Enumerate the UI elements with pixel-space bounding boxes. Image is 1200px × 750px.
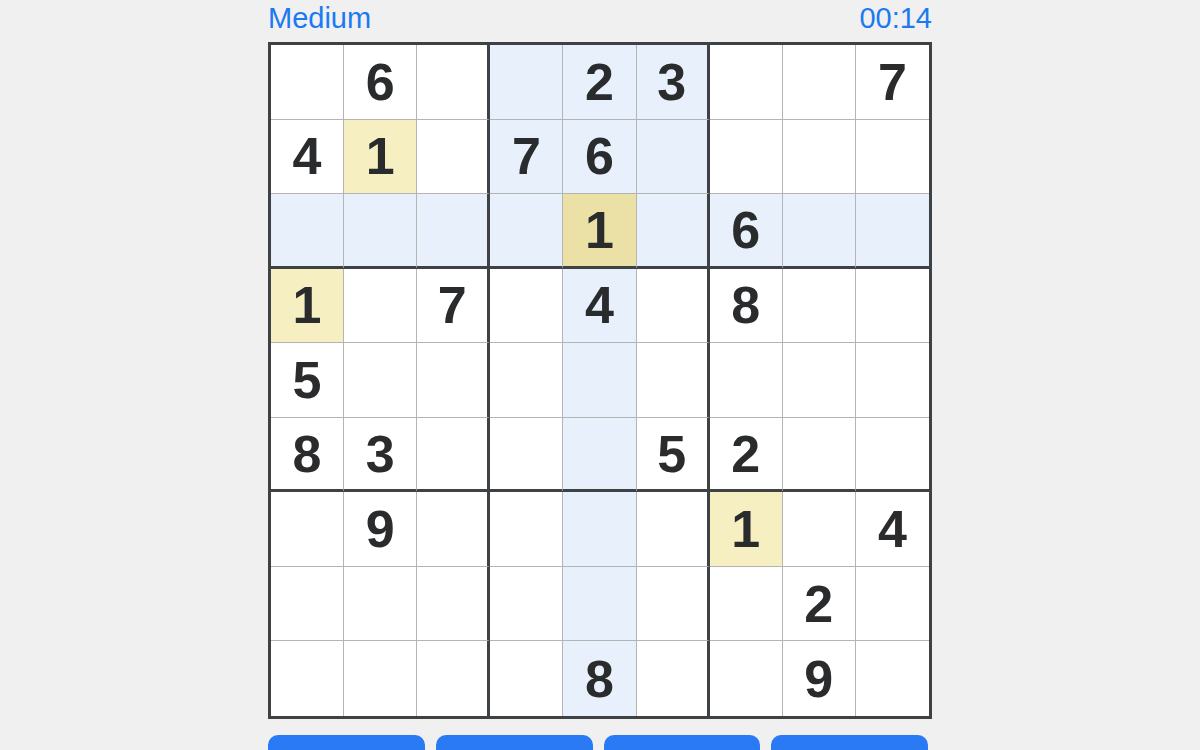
cell-r8c6[interactable] — [637, 567, 710, 642]
cell-r8c1[interactable] — [271, 567, 344, 642]
cell-r3c8[interactable] — [783, 194, 856, 269]
cell-r3c7[interactable]: 6 — [710, 194, 783, 269]
cell-r4c1[interactable]: 1 — [271, 269, 344, 344]
cell-r8c2[interactable] — [344, 567, 417, 642]
toolbar: ↪↩✎NOTES✦HINTS — [268, 735, 928, 750]
cell-r1c7[interactable] — [710, 45, 783, 120]
cell-r7c7[interactable]: 1 — [710, 492, 783, 567]
cell-r3c4[interactable] — [490, 194, 563, 269]
cell-r3c9[interactable] — [856, 194, 929, 269]
cell-r5c3[interactable] — [417, 343, 490, 418]
cell-r6c6[interactable]: 5 — [637, 418, 710, 493]
cell-r3c1[interactable] — [271, 194, 344, 269]
cell-r2c3[interactable] — [417, 120, 490, 195]
cell-r8c7[interactable] — [710, 567, 783, 642]
cell-r5c7[interactable] — [710, 343, 783, 418]
cell-r2c6[interactable] — [637, 120, 710, 195]
cell-r6c4[interactable] — [490, 418, 563, 493]
cell-r1c2[interactable]: 6 — [344, 45, 417, 120]
cell-r9c9[interactable] — [856, 641, 929, 716]
cell-r6c9[interactable] — [856, 418, 929, 493]
cell-r1c8[interactable] — [783, 45, 856, 120]
cell-r6c1[interactable]: 8 — [271, 418, 344, 493]
cell-r2c9[interactable] — [856, 120, 929, 195]
sudoku-app: Medium 00:14 6237417616174858352914289 ↪… — [0, 0, 1200, 750]
cell-r5c6[interactable] — [637, 343, 710, 418]
cell-r6c3[interactable] — [417, 418, 490, 493]
cell-r7c9[interactable]: 4 — [856, 492, 929, 567]
hints-button[interactable]: ✦HINTS — [771, 735, 928, 750]
cell-r3c5[interactable]: 1 — [563, 194, 636, 269]
redo-button[interactable]: ↪ — [268, 735, 425, 750]
cell-r5c1[interactable]: 5 — [271, 343, 344, 418]
cell-r5c8[interactable] — [783, 343, 856, 418]
cell-r7c5[interactable] — [563, 492, 636, 567]
difficulty-label: Medium — [268, 2, 371, 35]
cell-r2c5[interactable]: 6 — [563, 120, 636, 195]
cell-r9c4[interactable] — [490, 641, 563, 716]
cell-r9c8[interactable]: 9 — [783, 641, 856, 716]
cell-r9c1[interactable] — [271, 641, 344, 716]
cell-r4c8[interactable] — [783, 269, 856, 344]
cell-r5c9[interactable] — [856, 343, 929, 418]
cell-r7c6[interactable] — [637, 492, 710, 567]
cell-r9c5[interactable]: 8 — [563, 641, 636, 716]
cell-r4c3[interactable]: 7 — [417, 269, 490, 344]
cell-r9c2[interactable] — [344, 641, 417, 716]
cell-r9c3[interactable] — [417, 641, 490, 716]
cell-r2c2[interactable]: 1 — [344, 120, 417, 195]
cell-r1c3[interactable] — [417, 45, 490, 120]
cell-r8c5[interactable] — [563, 567, 636, 642]
cell-r4c7[interactable]: 8 — [710, 269, 783, 344]
cell-r8c3[interactable] — [417, 567, 490, 642]
cell-r8c9[interactable] — [856, 567, 929, 642]
cell-r5c5[interactable] — [563, 343, 636, 418]
cell-r6c7[interactable]: 2 — [710, 418, 783, 493]
cell-r8c4[interactable] — [490, 567, 563, 642]
cell-r7c2[interactable]: 9 — [344, 492, 417, 567]
cell-r4c4[interactable] — [490, 269, 563, 344]
undo-button[interactable]: ↩ — [436, 735, 593, 750]
cell-r1c6[interactable]: 3 — [637, 45, 710, 120]
cell-r6c8[interactable] — [783, 418, 856, 493]
cell-r4c2[interactable] — [344, 269, 417, 344]
game-timer: 00:14 — [859, 2, 932, 35]
cell-r2c7[interactable] — [710, 120, 783, 195]
cell-r1c9[interactable]: 7 — [856, 45, 929, 120]
cell-r5c4[interactable] — [490, 343, 563, 418]
cell-r7c3[interactable] — [417, 492, 490, 567]
cell-r1c4[interactable] — [490, 45, 563, 120]
cell-r9c6[interactable] — [637, 641, 710, 716]
sudoku-board: 6237417616174858352914289 — [268, 42, 932, 719]
cell-r2c1[interactable]: 4 — [271, 120, 344, 195]
cell-r7c4[interactable] — [490, 492, 563, 567]
notes-button[interactable]: ✎NOTES — [604, 735, 761, 750]
cell-r9c7[interactable] — [710, 641, 783, 716]
cell-r7c8[interactable] — [783, 492, 856, 567]
cell-r7c1[interactable] — [271, 492, 344, 567]
cell-r4c6[interactable] — [637, 269, 710, 344]
cell-r2c8[interactable] — [783, 120, 856, 195]
cell-r4c9[interactable] — [856, 269, 929, 344]
cell-r5c2[interactable] — [344, 343, 417, 418]
cell-r2c4[interactable]: 7 — [490, 120, 563, 195]
cell-r3c2[interactable] — [344, 194, 417, 269]
cell-r4c5[interactable]: 4 — [563, 269, 636, 344]
cell-r6c2[interactable]: 3 — [344, 418, 417, 493]
cell-r1c1[interactable] — [271, 45, 344, 120]
cell-r3c6[interactable] — [637, 194, 710, 269]
cell-r6c5[interactable] — [563, 418, 636, 493]
cell-r3c3[interactable] — [417, 194, 490, 269]
cell-r1c5[interactable]: 2 — [563, 45, 636, 120]
cell-r8c8[interactable]: 2 — [783, 567, 856, 642]
